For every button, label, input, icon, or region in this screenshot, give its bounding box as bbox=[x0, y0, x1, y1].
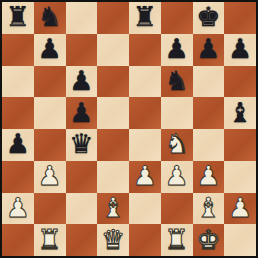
chess-board-frame: ♜♞♜♚♟♟♟♟♟♞♟♝♟♛♞♟♟♟♟♟♝♝♟♜♛♜♚ bbox=[0, 0, 258, 258]
square-b2[interactable] bbox=[34, 193, 66, 225]
square-d2[interactable]: ♝ bbox=[97, 193, 129, 225]
square-h5[interactable]: ♝ bbox=[224, 97, 256, 129]
square-b7[interactable]: ♟ bbox=[34, 34, 66, 66]
square-g8[interactable]: ♚ bbox=[193, 2, 225, 34]
piece-white-knight-f4[interactable]: ♞ bbox=[165, 130, 189, 157]
piece-white-pawn-e3[interactable]: ♟ bbox=[133, 162, 157, 189]
square-h4[interactable] bbox=[224, 129, 256, 161]
piece-white-pawn-f3[interactable]: ♟ bbox=[165, 162, 189, 189]
piece-white-pawn-b3[interactable]: ♟ bbox=[38, 162, 62, 189]
square-e7[interactable] bbox=[129, 34, 161, 66]
square-f1[interactable]: ♜ bbox=[161, 224, 193, 256]
square-g6[interactable] bbox=[193, 66, 225, 98]
piece-white-rook-f1[interactable]: ♜ bbox=[165, 226, 189, 253]
square-g1[interactable]: ♚ bbox=[193, 224, 225, 256]
square-b8[interactable]: ♞ bbox=[34, 2, 66, 34]
square-d7[interactable] bbox=[97, 34, 129, 66]
piece-black-bishop-h5[interactable]: ♝ bbox=[228, 99, 252, 126]
piece-black-pawn-f7[interactable]: ♟ bbox=[165, 35, 189, 62]
square-d1[interactable]: ♛ bbox=[97, 224, 129, 256]
square-e3[interactable]: ♟ bbox=[129, 161, 161, 193]
piece-black-queen-c4[interactable]: ♛ bbox=[69, 130, 93, 157]
square-c6[interactable]: ♟ bbox=[66, 66, 98, 98]
square-a7[interactable] bbox=[2, 34, 34, 66]
square-b3[interactable]: ♟ bbox=[34, 161, 66, 193]
square-f6[interactable]: ♞ bbox=[161, 66, 193, 98]
square-d6[interactable] bbox=[97, 66, 129, 98]
piece-black-rook-a8[interactable]: ♜ bbox=[6, 3, 30, 30]
square-c2[interactable] bbox=[66, 193, 98, 225]
square-d3[interactable] bbox=[97, 161, 129, 193]
square-a6[interactable] bbox=[2, 66, 34, 98]
square-h1[interactable] bbox=[224, 224, 256, 256]
square-f2[interactable] bbox=[161, 193, 193, 225]
piece-white-king-g1[interactable]: ♚ bbox=[196, 226, 220, 253]
square-c3[interactable] bbox=[66, 161, 98, 193]
square-h3[interactable] bbox=[224, 161, 256, 193]
square-a3[interactable] bbox=[2, 161, 34, 193]
square-a1[interactable] bbox=[2, 224, 34, 256]
square-f8[interactable] bbox=[161, 2, 193, 34]
square-c5[interactable]: ♟ bbox=[66, 97, 98, 129]
piece-white-bishop-g2[interactable]: ♝ bbox=[196, 194, 220, 221]
square-e5[interactable] bbox=[129, 97, 161, 129]
piece-white-pawn-a2[interactable]: ♟ bbox=[6, 194, 30, 221]
piece-white-queen-d1[interactable]: ♛ bbox=[101, 226, 125, 253]
square-c7[interactable] bbox=[66, 34, 98, 66]
square-a8[interactable]: ♜ bbox=[2, 2, 34, 34]
piece-white-pawn-h2[interactable]: ♟ bbox=[228, 194, 252, 221]
square-e4[interactable] bbox=[129, 129, 161, 161]
square-c1[interactable] bbox=[66, 224, 98, 256]
square-d8[interactable] bbox=[97, 2, 129, 34]
square-d5[interactable] bbox=[97, 97, 129, 129]
square-d4[interactable] bbox=[97, 129, 129, 161]
square-e8[interactable]: ♜ bbox=[129, 2, 161, 34]
piece-white-rook-b1[interactable]: ♜ bbox=[38, 226, 62, 253]
square-e6[interactable] bbox=[129, 66, 161, 98]
square-g7[interactable]: ♟ bbox=[193, 34, 225, 66]
piece-black-pawn-c6[interactable]: ♟ bbox=[69, 67, 93, 94]
square-e1[interactable] bbox=[129, 224, 161, 256]
square-f4[interactable]: ♞ bbox=[161, 129, 193, 161]
piece-black-king-g8[interactable]: ♚ bbox=[196, 3, 220, 30]
square-h6[interactable] bbox=[224, 66, 256, 98]
piece-black-pawn-g7[interactable]: ♟ bbox=[196, 35, 220, 62]
piece-black-knight-f6[interactable]: ♞ bbox=[165, 67, 189, 94]
square-b1[interactable]: ♜ bbox=[34, 224, 66, 256]
piece-black-rook-e8[interactable]: ♜ bbox=[133, 3, 157, 30]
square-h8[interactable] bbox=[224, 2, 256, 34]
square-a5[interactable] bbox=[2, 97, 34, 129]
piece-white-pawn-g3[interactable]: ♟ bbox=[196, 162, 220, 189]
piece-black-pawn-a4[interactable]: ♟ bbox=[6, 130, 30, 157]
square-f3[interactable]: ♟ bbox=[161, 161, 193, 193]
square-e2[interactable] bbox=[129, 193, 161, 225]
square-c4[interactable]: ♛ bbox=[66, 129, 98, 161]
square-b4[interactable] bbox=[34, 129, 66, 161]
square-h7[interactable]: ♟ bbox=[224, 34, 256, 66]
square-f7[interactable]: ♟ bbox=[161, 34, 193, 66]
square-c8[interactable] bbox=[66, 2, 98, 34]
square-a4[interactable]: ♟ bbox=[2, 129, 34, 161]
square-g5[interactable] bbox=[193, 97, 225, 129]
square-g3[interactable]: ♟ bbox=[193, 161, 225, 193]
square-b6[interactable] bbox=[34, 66, 66, 98]
piece-black-pawn-h7[interactable]: ♟ bbox=[228, 35, 252, 62]
square-g2[interactable]: ♝ bbox=[193, 193, 225, 225]
square-f5[interactable] bbox=[161, 97, 193, 129]
piece-black-knight-b8[interactable]: ♞ bbox=[38, 3, 62, 30]
square-g4[interactable] bbox=[193, 129, 225, 161]
square-b5[interactable] bbox=[34, 97, 66, 129]
piece-black-pawn-b7[interactable]: ♟ bbox=[38, 35, 62, 62]
piece-white-bishop-d2[interactable]: ♝ bbox=[101, 194, 125, 221]
chess-board: ♜♞♜♚♟♟♟♟♟♞♟♝♟♛♞♟♟♟♟♟♝♝♟♜♛♜♚ bbox=[2, 2, 256, 256]
piece-black-pawn-c5[interactable]: ♟ bbox=[69, 99, 93, 126]
square-h2[interactable]: ♟ bbox=[224, 193, 256, 225]
square-a2[interactable]: ♟ bbox=[2, 193, 34, 225]
